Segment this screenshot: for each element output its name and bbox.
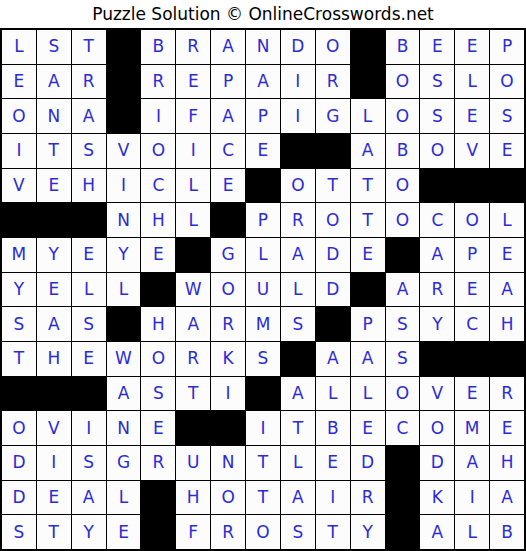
block-cell-r11c8 bbox=[246, 377, 280, 411]
block-cell-r6c7 bbox=[211, 203, 245, 237]
letter-cell-r2c6: E bbox=[176, 65, 210, 99]
letter-cell-r3c11: L bbox=[351, 99, 385, 133]
letter-cell-r4c6: I bbox=[176, 134, 210, 168]
letter-cell-r6c13: C bbox=[420, 203, 454, 237]
block-cell-r4c10 bbox=[316, 134, 350, 168]
letter-cell-r9c13: Y bbox=[420, 307, 454, 341]
letter-cell-r1c9: D bbox=[281, 30, 315, 64]
letter-cell-r15c13: A bbox=[420, 515, 454, 549]
letter-cell-r5c6: L bbox=[176, 169, 210, 203]
letter-cell-r10c4: W bbox=[107, 342, 141, 376]
block-cell-r2c4 bbox=[107, 65, 141, 99]
letter-cell-r2c14: L bbox=[455, 65, 489, 99]
letter-cell-r8c15: A bbox=[490, 273, 524, 307]
letter-cell-r14c1: D bbox=[2, 481, 36, 515]
letter-cell-r7c8: L bbox=[246, 238, 280, 272]
letter-cell-r9c11: P bbox=[351, 307, 385, 341]
letter-cell-r2c3: R bbox=[72, 65, 106, 99]
letter-cell-r15c4: E bbox=[107, 515, 141, 549]
letter-cell-r4c13: O bbox=[420, 134, 454, 168]
letter-cell-r9c6: A bbox=[176, 307, 210, 341]
letter-cell-r15c2: T bbox=[37, 515, 71, 549]
letter-cell-r13c7: N bbox=[211, 446, 245, 480]
letter-cell-r6c14: O bbox=[455, 203, 489, 237]
letter-cell-r14c3: A bbox=[72, 481, 106, 515]
letter-cell-r4c15: E bbox=[490, 134, 524, 168]
letter-cell-r12c8: I bbox=[246, 411, 280, 445]
letter-cell-r15c9: S bbox=[281, 515, 315, 549]
letter-cell-r15c1: S bbox=[2, 515, 36, 549]
block-cell-r1c11 bbox=[351, 30, 385, 64]
letter-cell-r5c3: H bbox=[72, 169, 106, 203]
letter-cell-r6c8: P bbox=[246, 203, 280, 237]
letter-cell-r12c3: I bbox=[72, 411, 106, 445]
letter-cell-r6c4: N bbox=[107, 203, 141, 237]
letter-cell-r11c9: A bbox=[281, 377, 315, 411]
letter-cell-r9c2: A bbox=[37, 307, 71, 341]
letter-cell-r7c2: Y bbox=[37, 238, 71, 272]
letter-cell-r5c2: E bbox=[37, 169, 71, 203]
block-cell-r10c14 bbox=[455, 342, 489, 376]
letter-cell-r14c10: I bbox=[316, 481, 350, 515]
letter-cell-r13c10: E bbox=[316, 446, 350, 480]
letter-cell-r14c4: L bbox=[107, 481, 141, 515]
letter-cell-r11c11: L bbox=[351, 377, 385, 411]
letter-cell-r1c5: B bbox=[141, 30, 175, 64]
letter-cell-r13c6: U bbox=[176, 446, 210, 480]
block-cell-r6c2 bbox=[37, 203, 71, 237]
letter-cell-r4c7: C bbox=[211, 134, 245, 168]
letter-cell-r11c14: E bbox=[455, 377, 489, 411]
letter-cell-r3c8: P bbox=[246, 99, 280, 133]
letter-cell-r9c5: H bbox=[141, 307, 175, 341]
letter-cell-r10c2: H bbox=[37, 342, 71, 376]
letter-cell-r9c8: M bbox=[246, 307, 280, 341]
letter-cell-r6c10: O bbox=[316, 203, 350, 237]
letter-cell-r9c1: S bbox=[2, 307, 36, 341]
block-cell-r12c7 bbox=[211, 411, 245, 445]
block-cell-r9c10 bbox=[316, 307, 350, 341]
letter-cell-r7c13: A bbox=[420, 238, 454, 272]
block-cell-r9c4 bbox=[107, 307, 141, 341]
letter-cell-r8c7: O bbox=[211, 273, 245, 307]
letter-cell-r12c11: E bbox=[351, 411, 385, 445]
letter-cell-r7c11: E bbox=[351, 238, 385, 272]
letter-cell-r15c15: B bbox=[490, 515, 524, 549]
block-cell-r11c1 bbox=[2, 377, 36, 411]
letter-cell-r2c12: O bbox=[386, 65, 420, 99]
letter-cell-r13c4: G bbox=[107, 446, 141, 480]
crossword-grid: LSTBRANDOBEEPEARREPAIROSLOONAIFAPIGLOSES… bbox=[0, 28, 526, 551]
letter-cell-r13c3: S bbox=[72, 446, 106, 480]
letter-cell-r14c14: I bbox=[455, 481, 489, 515]
block-cell-r2c11 bbox=[351, 65, 385, 99]
block-cell-r6c3 bbox=[72, 203, 106, 237]
letter-cell-r9c9: S bbox=[281, 307, 315, 341]
letter-cell-r15c10: T bbox=[316, 515, 350, 549]
letter-cell-r3c9: I bbox=[281, 99, 315, 133]
letter-cell-r3c14: E bbox=[455, 99, 489, 133]
letter-cell-r7c9: A bbox=[281, 238, 315, 272]
letter-cell-r10c10: A bbox=[316, 342, 350, 376]
block-cell-r7c12 bbox=[386, 238, 420, 272]
letter-cell-r14c2: E bbox=[37, 481, 71, 515]
block-cell-r1c4 bbox=[107, 30, 141, 64]
letter-cell-r13c13: D bbox=[420, 446, 454, 480]
letter-cell-r2c7: P bbox=[211, 65, 245, 99]
letter-cell-r6c12: O bbox=[386, 203, 420, 237]
letter-cell-r10c12: S bbox=[386, 342, 420, 376]
letter-cell-r15c14: L bbox=[455, 515, 489, 549]
letter-cell-r3c10: G bbox=[316, 99, 350, 133]
letter-cell-r12c2: V bbox=[37, 411, 71, 445]
letter-cell-r12c4: N bbox=[107, 411, 141, 445]
letter-cell-r11c15: R bbox=[490, 377, 524, 411]
block-cell-r10c13 bbox=[420, 342, 454, 376]
letter-cell-r3c3: A bbox=[72, 99, 106, 133]
letter-cell-r14c9: A bbox=[281, 481, 315, 515]
letter-cell-r1c13: E bbox=[420, 30, 454, 64]
letter-cell-r12c15: E bbox=[490, 411, 524, 445]
letter-cell-r5c1: V bbox=[2, 169, 36, 203]
letter-cell-r7c14: P bbox=[455, 238, 489, 272]
letter-cell-r8c9: L bbox=[281, 273, 315, 307]
letter-cell-r1c2: S bbox=[37, 30, 71, 64]
letter-cell-r1c6: R bbox=[176, 30, 210, 64]
letter-cell-r9c15: H bbox=[490, 307, 524, 341]
letter-cell-r13c2: I bbox=[37, 446, 71, 480]
block-cell-r7c6 bbox=[176, 238, 210, 272]
block-cell-r15c5 bbox=[141, 515, 175, 549]
letter-cell-r2c8: A bbox=[246, 65, 280, 99]
letter-cell-r4c3: S bbox=[72, 134, 106, 168]
block-cell-r8c11 bbox=[351, 273, 385, 307]
letter-cell-r14c8: T bbox=[246, 481, 280, 515]
letter-cell-r10c5: O bbox=[141, 342, 175, 376]
letter-cell-r5c7: E bbox=[211, 169, 245, 203]
block-cell-r11c2 bbox=[37, 377, 71, 411]
letter-cell-r11c13: V bbox=[420, 377, 454, 411]
letter-cell-r6c9: R bbox=[281, 203, 315, 237]
letter-cell-r5c10: T bbox=[316, 169, 350, 203]
letter-cell-r10c7: K bbox=[211, 342, 245, 376]
letter-cell-r4c12: B bbox=[386, 134, 420, 168]
block-cell-r11c3 bbox=[72, 377, 106, 411]
letter-cell-r15c11: Y bbox=[351, 515, 385, 549]
letter-cell-r8c10: D bbox=[316, 273, 350, 307]
letter-cell-r3c13: S bbox=[420, 99, 454, 133]
letter-cell-r11c5: S bbox=[141, 377, 175, 411]
letter-cell-r14c13: K bbox=[420, 481, 454, 515]
letter-cell-r6c15: L bbox=[490, 203, 524, 237]
letter-cell-r11c4: A bbox=[107, 377, 141, 411]
letter-cell-r8c3: L bbox=[72, 273, 106, 307]
letter-cell-r3c7: A bbox=[211, 99, 245, 133]
block-cell-r5c8 bbox=[246, 169, 280, 203]
letter-cell-r5c4: I bbox=[107, 169, 141, 203]
block-cell-r5c14 bbox=[455, 169, 489, 203]
letter-cell-r1c8: N bbox=[246, 30, 280, 64]
letter-cell-r2c15: O bbox=[490, 65, 524, 99]
page-title: Puzzle Solution © OnlineCrosswords.net bbox=[0, 0, 526, 28]
block-cell-r4c9 bbox=[281, 134, 315, 168]
letter-cell-r13c8: T bbox=[246, 446, 280, 480]
letter-cell-r6c6: L bbox=[176, 203, 210, 237]
block-cell-r5c15 bbox=[490, 169, 524, 203]
letter-cell-r9c12: S bbox=[386, 307, 420, 341]
letter-cell-r3c1: O bbox=[2, 99, 36, 133]
letter-cell-r9c7: R bbox=[211, 307, 245, 341]
letter-cell-r4c4: V bbox=[107, 134, 141, 168]
letter-cell-r13c11: D bbox=[351, 446, 385, 480]
letter-cell-r7c15: E bbox=[490, 238, 524, 272]
letter-cell-r3c2: N bbox=[37, 99, 71, 133]
letter-cell-r4c8: E bbox=[246, 134, 280, 168]
letter-cell-r12c13: O bbox=[420, 411, 454, 445]
letter-cell-r15c6: F bbox=[176, 515, 210, 549]
letter-cell-r13c9: L bbox=[281, 446, 315, 480]
block-cell-r10c9 bbox=[281, 342, 315, 376]
block-cell-r5c13 bbox=[420, 169, 454, 203]
block-cell-r8c5 bbox=[141, 273, 175, 307]
letter-cell-r8c4: L bbox=[107, 273, 141, 307]
letter-cell-r14c7: O bbox=[211, 481, 245, 515]
letter-cell-r2c1: E bbox=[2, 65, 36, 99]
letter-cell-r5c9: O bbox=[281, 169, 315, 203]
letter-cell-r8c2: E bbox=[37, 273, 71, 307]
letter-cell-r10c8: S bbox=[246, 342, 280, 376]
letter-cell-r10c3: E bbox=[72, 342, 106, 376]
letter-cell-r1c15: P bbox=[490, 30, 524, 64]
letter-cell-r4c5: O bbox=[141, 134, 175, 168]
letter-cell-r8c12: A bbox=[386, 273, 420, 307]
letter-cell-r14c11: R bbox=[351, 481, 385, 515]
letter-cell-r2c10: R bbox=[316, 65, 350, 99]
block-cell-r14c5 bbox=[141, 481, 175, 515]
letter-cell-r5c11: T bbox=[351, 169, 385, 203]
letter-cell-r13c5: R bbox=[141, 446, 175, 480]
letter-cell-r12c5: E bbox=[141, 411, 175, 445]
block-cell-r6c1 bbox=[2, 203, 36, 237]
letter-cell-r8c6: W bbox=[176, 273, 210, 307]
crossword-solution-page: Puzzle Solution © OnlineCrosswords.net L… bbox=[0, 0, 526, 551]
letter-cell-r11c7: I bbox=[211, 377, 245, 411]
block-cell-r13c12 bbox=[386, 446, 420, 480]
letter-cell-r15c7: R bbox=[211, 515, 245, 549]
letter-cell-r7c10: D bbox=[316, 238, 350, 272]
block-cell-r10c15 bbox=[490, 342, 524, 376]
letter-cell-r12c12: C bbox=[386, 411, 420, 445]
letter-cell-r2c2: A bbox=[37, 65, 71, 99]
letter-cell-r8c1: Y bbox=[2, 273, 36, 307]
letter-cell-r7c4: Y bbox=[107, 238, 141, 272]
letter-cell-r12c14: M bbox=[455, 411, 489, 445]
letter-cell-r13c14: A bbox=[455, 446, 489, 480]
letter-cell-r10c11: A bbox=[351, 342, 385, 376]
letter-cell-r1c3: T bbox=[72, 30, 106, 64]
letter-cell-r1c7: A bbox=[211, 30, 245, 64]
letter-cell-r5c5: C bbox=[141, 169, 175, 203]
letter-cell-r10c1: T bbox=[2, 342, 36, 376]
letter-cell-r3c6: F bbox=[176, 99, 210, 133]
block-cell-r14c12 bbox=[386, 481, 420, 515]
letter-cell-r14c6: H bbox=[176, 481, 210, 515]
letter-cell-r12c1: O bbox=[2, 411, 36, 445]
letter-cell-r4c14: V bbox=[455, 134, 489, 168]
block-cell-r12c6 bbox=[176, 411, 210, 445]
letter-cell-r2c5: R bbox=[141, 65, 175, 99]
block-cell-r3c4 bbox=[107, 99, 141, 133]
letter-cell-r10c6: R bbox=[176, 342, 210, 376]
letter-cell-r11c6: T bbox=[176, 377, 210, 411]
letter-cell-r11c12: O bbox=[386, 377, 420, 411]
letter-cell-r3c15: S bbox=[490, 99, 524, 133]
letter-cell-r15c8: O bbox=[246, 515, 280, 549]
letter-cell-r11c10: L bbox=[316, 377, 350, 411]
letter-cell-r3c5: I bbox=[141, 99, 175, 133]
letter-cell-r14c15: A bbox=[490, 481, 524, 515]
letter-cell-r9c14: C bbox=[455, 307, 489, 341]
letter-cell-r6c11: T bbox=[351, 203, 385, 237]
letter-cell-r1c14: E bbox=[455, 30, 489, 64]
letter-cell-r12c9: T bbox=[281, 411, 315, 445]
block-cell-r15c12 bbox=[386, 515, 420, 549]
letter-cell-r6c5: H bbox=[141, 203, 175, 237]
letter-cell-r3c12: O bbox=[386, 99, 420, 133]
letter-cell-r7c7: G bbox=[211, 238, 245, 272]
letter-cell-r7c1: M bbox=[2, 238, 36, 272]
letter-cell-r12c10: B bbox=[316, 411, 350, 445]
letter-cell-r7c5: E bbox=[141, 238, 175, 272]
letter-cell-r13c1: D bbox=[2, 446, 36, 480]
letter-cell-r1c12: B bbox=[386, 30, 420, 64]
letter-cell-r1c1: L bbox=[2, 30, 36, 64]
letter-cell-r8c14: E bbox=[455, 273, 489, 307]
letter-cell-r7c3: E bbox=[72, 238, 106, 272]
letter-cell-r9c3: S bbox=[72, 307, 106, 341]
letter-cell-r8c13: R bbox=[420, 273, 454, 307]
letter-cell-r5c12: O bbox=[386, 169, 420, 203]
letter-cell-r4c2: T bbox=[37, 134, 71, 168]
letter-cell-r4c1: I bbox=[2, 134, 36, 168]
letter-cell-r13c15: H bbox=[490, 446, 524, 480]
letter-cell-r1c10: O bbox=[316, 30, 350, 64]
letter-cell-r4c11: A bbox=[351, 134, 385, 168]
letter-cell-r8c8: U bbox=[246, 273, 280, 307]
letter-cell-r2c9: I bbox=[281, 65, 315, 99]
letter-cell-r15c3: Y bbox=[72, 515, 106, 549]
letter-cell-r2c13: S bbox=[420, 65, 454, 99]
